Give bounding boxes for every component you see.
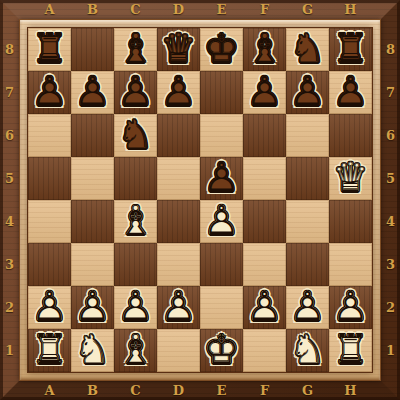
piece-glyph-detail: ♙ [290, 286, 326, 326]
piece-glyph-detail: ♙ [247, 71, 283, 111]
piece-white-pawn-c2[interactable]: ♟♙ [114, 286, 157, 329]
piece-glyph-detail: ♙ [118, 286, 154, 326]
piece-glyph-detail: ♘ [290, 329, 326, 369]
board-squares: ♜♖♝♗♛♕♚♔♝♗♞♘♜♖♟♙♟♙♟♙♟♙♟♙♟♙♟♙♞♘♟♙♛♕♝♗♟♙♟♙… [28, 28, 372, 372]
square-f3[interactable] [243, 243, 286, 286]
square-h5[interactable]: ♛♕ [329, 157, 372, 200]
square-e8[interactable]: ♚♔ [200, 28, 243, 71]
piece-glyph-detail: ♖ [333, 329, 369, 369]
piece-white-pawn-h2[interactable]: ♟♙ [329, 286, 372, 329]
square-d6[interactable] [157, 114, 200, 157]
piece-glyph-detail: ♙ [204, 200, 240, 240]
square-c3[interactable] [114, 243, 157, 286]
piece-glyph-detail: ♖ [333, 28, 369, 68]
piece-white-rook-h1[interactable]: ♜♖ [329, 329, 372, 372]
piece-black-knight-c6[interactable]: ♞♘ [114, 114, 157, 157]
rank-label-7: 7 [382, 71, 399, 114]
file-label-e: E [200, 382, 243, 399]
piece-glyph-detail: ♕ [333, 157, 369, 197]
piece-glyph-detail: ♙ [75, 71, 111, 111]
file-label-d: D [157, 1, 200, 18]
square-a5[interactable] [28, 157, 71, 200]
piece-white-knight-g1[interactable]: ♞♘ [286, 329, 329, 372]
square-h6[interactable] [329, 114, 372, 157]
square-e1[interactable]: ♚♔ [200, 329, 243, 372]
piece-white-pawn-d2[interactable]: ♟♙ [157, 286, 200, 329]
piece-white-king-e1[interactable]: ♚♔ [200, 329, 243, 372]
file-label-c: C [114, 382, 157, 399]
file-labels-top: ABCDEFGH [28, 1, 372, 18]
piece-black-pawn-g7[interactable]: ♟♙ [286, 71, 329, 114]
piece-glyph-detail: ♖ [32, 28, 68, 68]
square-b7[interactable]: ♟♙ [71, 71, 114, 114]
square-d4[interactable] [157, 200, 200, 243]
piece-glyph-detail: ♙ [204, 157, 240, 197]
rank-labels-left: 87654321 [1, 28, 18, 372]
piece-white-rook-a1[interactable]: ♜♖ [28, 329, 71, 372]
chess-board: ABCDEFGH ABCDEFGH 87654321 87654321 ♜♖♝♗… [0, 0, 400, 400]
rank-label-6: 6 [382, 114, 399, 157]
file-label-h: H [329, 382, 372, 399]
square-b5[interactable] [71, 157, 114, 200]
rank-label-3: 3 [382, 243, 399, 286]
square-c4[interactable]: ♝♗ [114, 200, 157, 243]
file-label-b: B [71, 1, 114, 18]
file-label-f: F [243, 1, 286, 18]
piece-glyph-detail: ♙ [75, 286, 111, 326]
rank-label-8: 8 [1, 28, 18, 71]
rank-label-3: 3 [1, 243, 18, 286]
piece-glyph-detail: ♙ [333, 71, 369, 111]
square-d8[interactable]: ♛♕ [157, 28, 200, 71]
square-e3[interactable] [200, 243, 243, 286]
square-a3[interactable] [28, 243, 71, 286]
square-c1[interactable]: ♝♗ [114, 329, 157, 372]
piece-white-knight-b1[interactable]: ♞♘ [71, 329, 114, 372]
piece-glyph-detail: ♙ [333, 286, 369, 326]
square-f5[interactable] [243, 157, 286, 200]
square-f2[interactable]: ♟♙ [243, 286, 286, 329]
rank-label-2: 2 [1, 286, 18, 329]
piece-glyph-detail: ♔ [204, 28, 240, 68]
square-f1[interactable] [243, 329, 286, 372]
square-d5[interactable] [157, 157, 200, 200]
square-e2[interactable] [200, 286, 243, 329]
square-d3[interactable] [157, 243, 200, 286]
square-e5[interactable]: ♟♙ [200, 157, 243, 200]
rank-label-6: 6 [1, 114, 18, 157]
file-label-f: F [243, 382, 286, 399]
square-g6[interactable] [286, 114, 329, 157]
square-c5[interactable] [114, 157, 157, 200]
piece-glyph-detail: ♙ [247, 286, 283, 326]
square-e6[interactable] [200, 114, 243, 157]
rank-label-4: 4 [1, 200, 18, 243]
square-e7[interactable] [200, 71, 243, 114]
square-f7[interactable]: ♟♙ [243, 71, 286, 114]
square-f4[interactable] [243, 200, 286, 243]
square-b1[interactable]: ♞♘ [71, 329, 114, 372]
file-label-a: A [28, 382, 71, 399]
piece-glyph-detail: ♗ [118, 200, 154, 240]
piece-black-pawn-e5[interactable]: ♟♙ [200, 157, 243, 200]
rank-label-7: 7 [1, 71, 18, 114]
square-h2[interactable]: ♟♙ [329, 286, 372, 329]
piece-glyph-detail: ♗ [118, 329, 154, 369]
square-h7[interactable]: ♟♙ [329, 71, 372, 114]
piece-glyph-detail: ♙ [32, 71, 68, 111]
square-a6[interactable] [28, 114, 71, 157]
piece-black-knight-g8[interactable]: ♞♘ [286, 28, 329, 71]
file-label-d: D [157, 382, 200, 399]
square-b4[interactable] [71, 200, 114, 243]
square-h1[interactable]: ♜♖ [329, 329, 372, 372]
square-d1[interactable] [157, 329, 200, 372]
square-c2[interactable]: ♟♙ [114, 286, 157, 329]
piece-black-pawn-d7[interactable]: ♟♙ [157, 71, 200, 114]
piece-black-pawn-c7[interactable]: ♟♙ [114, 71, 157, 114]
square-g5[interactable] [286, 157, 329, 200]
square-a4[interactable] [28, 200, 71, 243]
piece-black-pawn-h7[interactable]: ♟♙ [329, 71, 372, 114]
square-a1[interactable]: ♜♖ [28, 329, 71, 372]
square-g2[interactable]: ♟♙ [286, 286, 329, 329]
square-g4[interactable] [286, 200, 329, 243]
piece-black-rook-a8[interactable]: ♜♖ [28, 28, 71, 71]
piece-white-queen-h5[interactable]: ♛♕ [329, 157, 372, 200]
piece-white-pawn-a2[interactable]: ♟♙ [28, 286, 71, 329]
square-d7[interactable]: ♟♙ [157, 71, 200, 114]
file-label-g: G [286, 1, 329, 18]
square-g3[interactable] [286, 243, 329, 286]
piece-white-pawn-f2[interactable]: ♟♙ [243, 286, 286, 329]
square-a2[interactable]: ♟♙ [28, 286, 71, 329]
piece-black-pawn-b7[interactable]: ♟♙ [71, 71, 114, 114]
rank-label-8: 8 [382, 28, 399, 71]
piece-white-pawn-e4[interactable]: ♟♙ [200, 200, 243, 243]
square-h8[interactable]: ♜♖ [329, 28, 372, 71]
square-b6[interactable] [71, 114, 114, 157]
file-label-h: H [329, 1, 372, 18]
piece-black-bishop-c8[interactable]: ♝♗ [114, 28, 157, 71]
rank-labels-right: 87654321 [382, 28, 399, 372]
piece-black-bishop-f8[interactable]: ♝♗ [243, 28, 286, 71]
square-f8[interactable]: ♝♗ [243, 28, 286, 71]
square-h4[interactable] [329, 200, 372, 243]
rank-label-1: 1 [382, 329, 399, 372]
rank-label-4: 4 [382, 200, 399, 243]
square-g8[interactable]: ♞♘ [286, 28, 329, 71]
rank-label-2: 2 [382, 286, 399, 329]
square-d2[interactable]: ♟♙ [157, 286, 200, 329]
rank-label-5: 5 [1, 157, 18, 200]
piece-white-bishop-c4[interactable]: ♝♗ [114, 200, 157, 243]
piece-black-pawn-f7[interactable]: ♟♙ [243, 71, 286, 114]
square-g7[interactable]: ♟♙ [286, 71, 329, 114]
square-a7[interactable]: ♟♙ [28, 71, 71, 114]
square-b3[interactable] [71, 243, 114, 286]
square-b8[interactable] [71, 28, 114, 71]
piece-glyph-detail: ♙ [118, 71, 154, 111]
file-label-g: G [286, 382, 329, 399]
piece-glyph-detail: ♘ [118, 114, 154, 154]
rank-label-5: 5 [382, 157, 399, 200]
square-e4[interactable]: ♟♙ [200, 200, 243, 243]
square-c8[interactable]: ♝♗ [114, 28, 157, 71]
file-label-c: C [114, 1, 157, 18]
piece-glyph-detail: ♘ [290, 28, 326, 68]
square-c7[interactable]: ♟♙ [114, 71, 157, 114]
file-label-e: E [200, 1, 243, 18]
piece-glyph-detail: ♙ [290, 71, 326, 111]
rank-label-1: 1 [1, 329, 18, 372]
piece-glyph-detail: ♗ [247, 28, 283, 68]
square-f6[interactable] [243, 114, 286, 157]
piece-white-pawn-g2[interactable]: ♟♙ [286, 286, 329, 329]
piece-glyph-detail: ♔ [204, 329, 240, 369]
piece-glyph-detail: ♙ [32, 286, 68, 326]
piece-glyph-detail: ♖ [32, 329, 68, 369]
piece-black-rook-h8[interactable]: ♜♖ [329, 28, 372, 71]
file-label-b: B [71, 382, 114, 399]
piece-glyph-detail: ♕ [161, 28, 197, 68]
square-a8[interactable]: ♜♖ [28, 28, 71, 71]
file-label-a: A [28, 1, 71, 18]
piece-glyph-detail: ♘ [75, 329, 111, 369]
piece-white-bishop-c1[interactable]: ♝♗ [114, 329, 157, 372]
piece-black-pawn-a7[interactable]: ♟♙ [28, 71, 71, 114]
square-b2[interactable]: ♟♙ [71, 286, 114, 329]
piece-black-king-e8[interactable]: ♚♔ [200, 28, 243, 71]
square-h3[interactable] [329, 243, 372, 286]
square-g1[interactable]: ♞♘ [286, 329, 329, 372]
file-labels-bottom: ABCDEFGH [28, 382, 372, 399]
piece-glyph-detail: ♗ [118, 28, 154, 68]
square-c6[interactable]: ♞♘ [114, 114, 157, 157]
piece-white-pawn-b2[interactable]: ♟♙ [71, 286, 114, 329]
piece-glyph-detail: ♙ [161, 71, 197, 111]
piece-glyph-detail: ♙ [161, 286, 197, 326]
piece-black-queen-d8[interactable]: ♛♕ [157, 28, 200, 71]
